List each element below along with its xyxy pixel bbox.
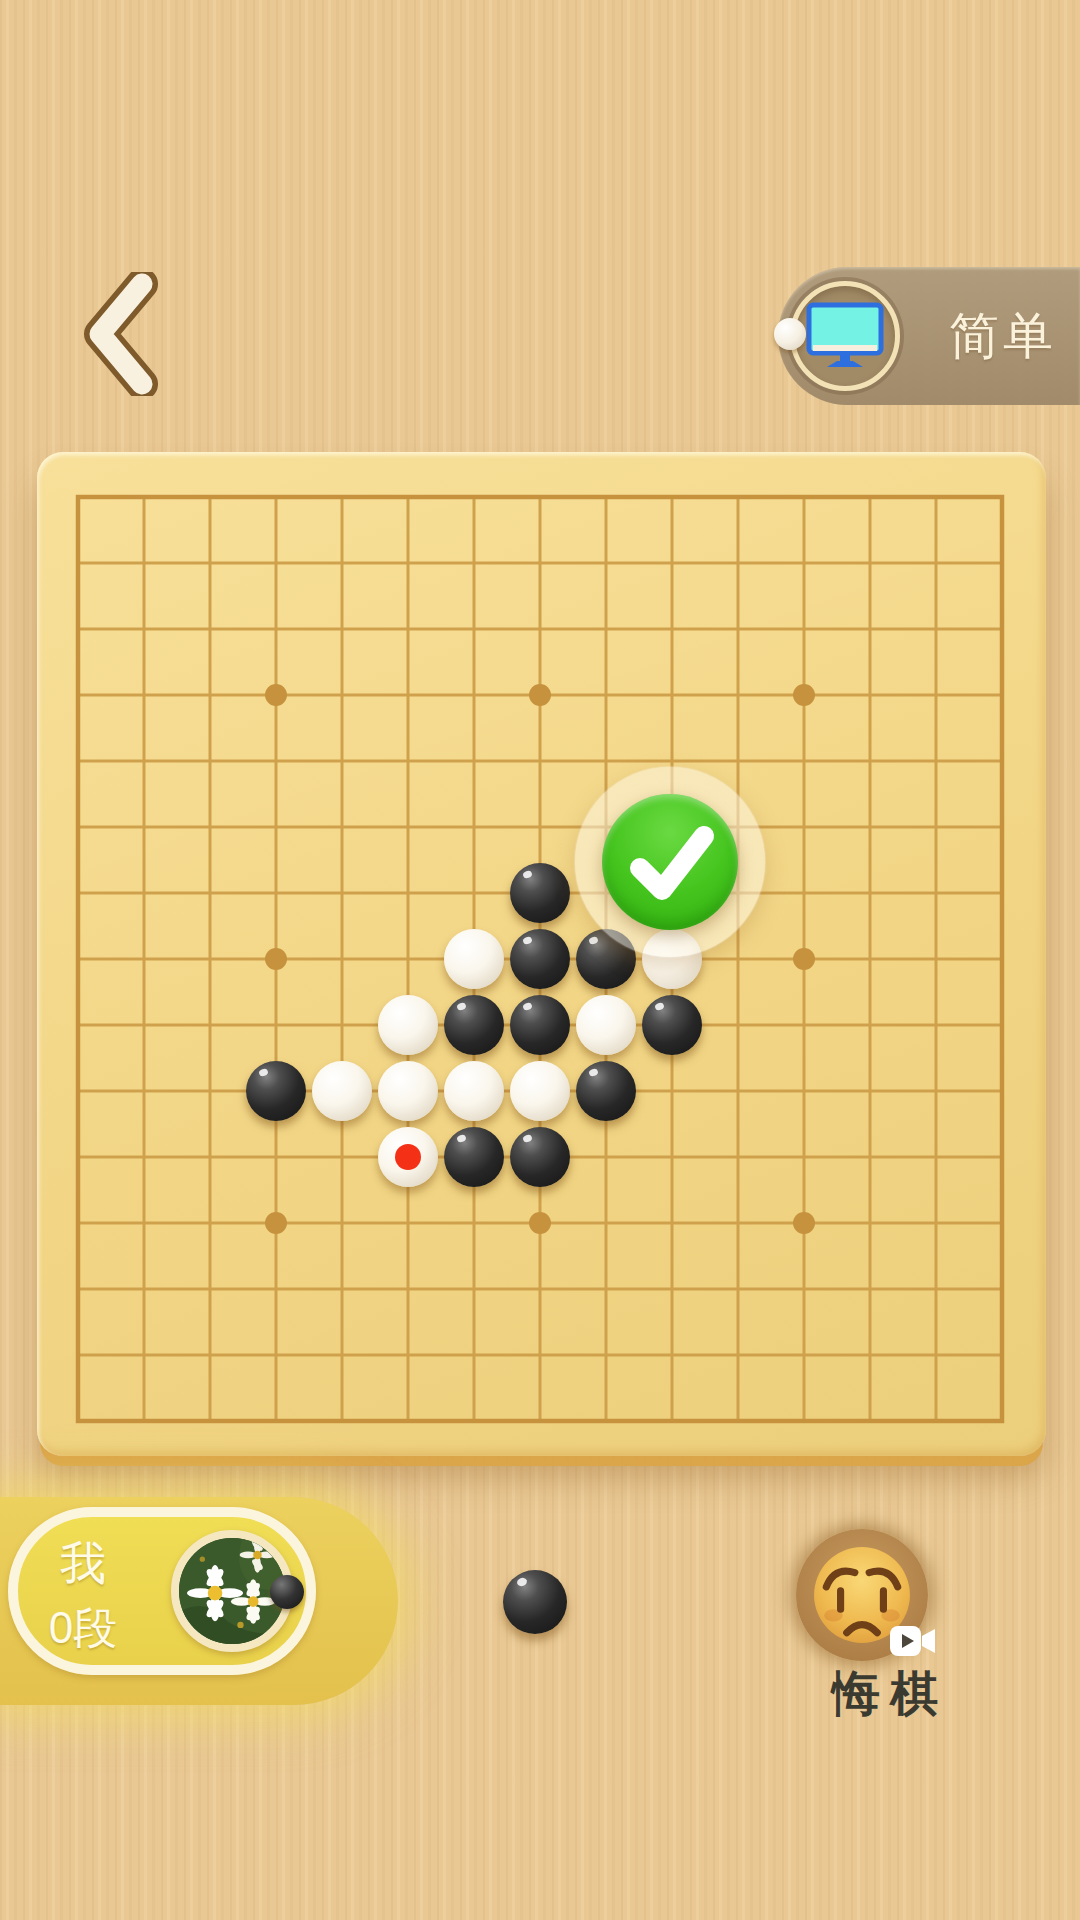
ai-opponent-avatar [790, 281, 900, 391]
confirm-move-button[interactable] [575, 767, 765, 957]
difficulty-badge[interactable]: 简单 [778, 267, 1080, 405]
undo-button[interactable]: 悔棋 [796, 1529, 966, 1719]
black-stone [510, 929, 570, 989]
game-screen: 简单 我 0段 [0, 0, 1080, 1920]
white-stone [510, 1061, 570, 1121]
difficulty-label: 简单 [928, 267, 1078, 405]
white-stone [378, 1061, 438, 1121]
video-camera-icon [889, 1622, 937, 1660]
black-stone [444, 995, 504, 1055]
player-color-stone-black [270, 1575, 304, 1609]
black-stone [246, 1061, 306, 1121]
black-stone [576, 1061, 636, 1121]
black-stone [642, 995, 702, 1055]
confirm-green-circle [602, 794, 738, 930]
black-stone [510, 863, 570, 923]
white-stone [378, 995, 438, 1055]
check-icon [602, 794, 738, 930]
player-name: 我 [28, 1533, 138, 1595]
player-rank: 0段 [24, 1599, 142, 1658]
undo-label: 悔棋 [800, 1662, 970, 1726]
white-stone [576, 995, 636, 1055]
white-stone [444, 929, 504, 989]
white-stone [312, 1061, 372, 1121]
player-banner: 我 0段 [0, 1497, 398, 1705]
white-stone [444, 1061, 504, 1121]
back-button[interactable] [78, 272, 174, 396]
monitor-icon [805, 301, 885, 371]
black-stone [510, 1127, 570, 1187]
game-board[interactable] [37, 452, 1046, 1456]
ai-color-stone-white [774, 318, 806, 350]
black-stone [444, 1127, 504, 1187]
black-stone [510, 995, 570, 1055]
turn-indicator-stone [503, 1570, 567, 1634]
white-stone [378, 1127, 438, 1187]
last-move-marker [395, 1144, 421, 1170]
